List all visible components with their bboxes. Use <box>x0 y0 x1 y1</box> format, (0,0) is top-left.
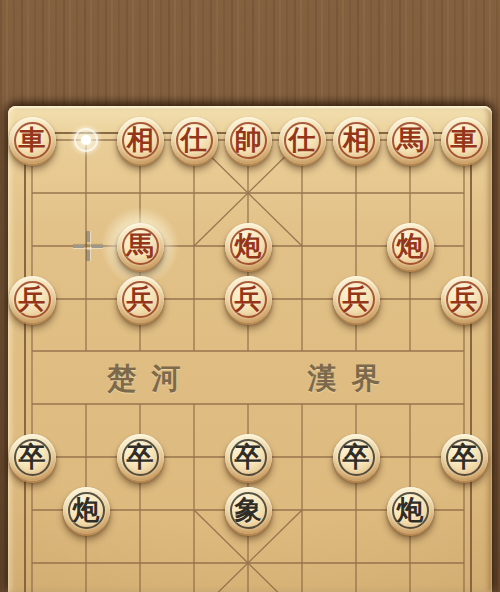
piece-character: 相 <box>127 126 154 153</box>
piece-red-cannon-right[interactable]: 炮 <box>387 223 434 270</box>
piece-black-pawn-5[interactable]: 卒 <box>441 434 488 481</box>
piece-red-horse-left[interactable]: 馬 <box>117 223 164 270</box>
piece-character: 馬 <box>397 126 424 153</box>
piece-character: 兵 <box>451 285 478 312</box>
piece-character: 兵 <box>19 285 46 312</box>
piece-character: 兵 <box>127 285 154 312</box>
piece-red-advisor-right[interactable]: 仕 <box>279 117 326 164</box>
river-label-chu-he: 楚河 <box>101 359 196 399</box>
piece-character: 卒 <box>343 443 370 470</box>
piece-red-elephant-right[interactable]: 相 <box>333 117 380 164</box>
piece-character: 炮 <box>397 232 424 259</box>
piece-red-pawn-4[interactable]: 兵 <box>333 276 380 323</box>
piece-red-chariot-right[interactable]: 車 <box>441 117 488 164</box>
piece-character: 帥 <box>235 126 262 153</box>
piece-red-horse-right[interactable]: 馬 <box>387 117 434 164</box>
piece-red-advisor-left[interactable]: 仕 <box>171 117 218 164</box>
piece-red-general[interactable]: 帥 <box>225 117 272 164</box>
piece-black-pawn-2[interactable]: 卒 <box>117 434 164 481</box>
piece-character: 卒 <box>19 443 46 470</box>
piece-character: 馬 <box>127 232 154 259</box>
piece-character: 仕 <box>181 126 208 153</box>
piece-character: 卒 <box>127 443 154 470</box>
piece-black-pawn-3[interactable]: 卒 <box>225 434 272 481</box>
river-label-han-jie: 漢界 <box>301 359 396 399</box>
piece-red-chariot-left[interactable]: 車 <box>9 117 56 164</box>
piece-red-elephant-left[interactable]: 相 <box>117 117 164 164</box>
piece-character: 相 <box>343 126 370 153</box>
piece-black-cannon-left[interactable]: 炮 <box>63 487 110 534</box>
piece-black-pawn-4[interactable]: 卒 <box>333 434 380 481</box>
piece-character: 兵 <box>343 285 370 312</box>
piece-red-pawn-3[interactable]: 兵 <box>225 276 272 323</box>
piece-red-cannon-center[interactable]: 炮 <box>225 223 272 270</box>
piece-black-cannon-right[interactable]: 炮 <box>387 487 434 534</box>
piece-character: 炮 <box>397 496 424 523</box>
piece-character: 卒 <box>451 443 478 470</box>
piece-black-elephant-center[interactable]: 象 <box>225 487 272 534</box>
piece-black-pawn-1[interactable]: 卒 <box>9 434 56 481</box>
piece-character: 車 <box>451 126 478 153</box>
piece-character: 象 <box>235 496 262 523</box>
piece-character: 卒 <box>235 443 262 470</box>
piece-red-pawn-1[interactable]: 兵 <box>9 276 56 323</box>
piece-character: 炮 <box>235 232 262 259</box>
piece-character: 兵 <box>235 285 262 312</box>
piece-red-pawn-2[interactable]: 兵 <box>117 276 164 323</box>
piece-character: 仕 <box>289 126 316 153</box>
piece-red-pawn-5[interactable]: 兵 <box>441 276 488 323</box>
piece-character: 炮 <box>73 496 100 523</box>
piece-character: 車 <box>19 126 46 153</box>
xiangqi-game-screen: 楚河 漢界 車相仕帥仕相馬車馬炮炮兵兵兵兵兵卒卒卒卒卒炮象炮 <box>0 0 500 592</box>
